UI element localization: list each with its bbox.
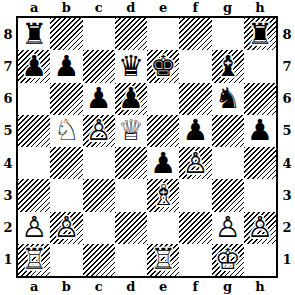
piece-black-king[interactable]: ♚ bbox=[150, 52, 176, 81]
rank-label-right-6: 6 bbox=[279, 83, 295, 115]
piece-white-rook[interactable]: ♖ bbox=[21, 245, 47, 274]
piece-white-pawn[interactable]: ♙ bbox=[182, 149, 208, 178]
rank-label-left-5: 5 bbox=[0, 115, 16, 147]
piece-black-rook[interactable]: ♜ bbox=[21, 20, 47, 49]
rank-label-right-3: 3 bbox=[279, 179, 295, 211]
square-e2[interactable] bbox=[147, 212, 179, 244]
square-g5[interactable] bbox=[212, 115, 244, 147]
square-c3[interactable] bbox=[83, 179, 115, 211]
square-g1[interactable]: ♔ bbox=[212, 244, 244, 276]
piece-white-pawn[interactable]: ♙ bbox=[53, 213, 79, 242]
file-label-top-h: h bbox=[244, 0, 276, 16]
rank-label-right-1: 1 bbox=[279, 244, 295, 276]
square-b2[interactable]: ♙ bbox=[50, 212, 82, 244]
square-h3[interactable] bbox=[244, 179, 276, 211]
chess-board: ♜♜♟♟♛♚♝♟♟♞♘♙♕♟♟♟♙♗♙♙♙♙♖♖♔ bbox=[16, 16, 278, 278]
square-h4[interactable] bbox=[244, 147, 276, 179]
square-f6[interactable] bbox=[179, 83, 211, 115]
piece-white-king[interactable]: ♔ bbox=[215, 245, 241, 274]
square-a4[interactable] bbox=[18, 147, 50, 179]
piece-white-pawn[interactable]: ♙ bbox=[86, 116, 112, 145]
square-g2[interactable]: ♙ bbox=[212, 212, 244, 244]
piece-white-pawn[interactable]: ♙ bbox=[215, 213, 241, 242]
square-f3[interactable] bbox=[179, 179, 211, 211]
square-c5[interactable]: ♙ bbox=[83, 115, 115, 147]
rank-label-right-2: 2 bbox=[279, 212, 295, 244]
square-e4[interactable]: ♟ bbox=[147, 147, 179, 179]
square-a3[interactable] bbox=[18, 179, 50, 211]
rank-labels-right: 87654321 bbox=[279, 18, 295, 276]
square-g4[interactable] bbox=[212, 147, 244, 179]
piece-white-pawn[interactable]: ♙ bbox=[21, 213, 47, 242]
square-e7[interactable]: ♚ bbox=[147, 50, 179, 82]
square-b3[interactable] bbox=[50, 179, 82, 211]
square-e6[interactable] bbox=[147, 83, 179, 115]
square-e1[interactable]: ♖ bbox=[147, 244, 179, 276]
square-h2[interactable]: ♙ bbox=[244, 212, 276, 244]
square-g6[interactable]: ♞ bbox=[212, 83, 244, 115]
square-d6[interactable]: ♟ bbox=[115, 83, 147, 115]
square-a2[interactable]: ♙ bbox=[18, 212, 50, 244]
square-f1[interactable] bbox=[179, 244, 211, 276]
square-a6[interactable] bbox=[18, 83, 50, 115]
chess-diagram: abcdefgh 87654321 ♜♜♟♟♛♚♝♟♟♞♘♙♕♟♟♟♙♗♙♙♙♙… bbox=[0, 0, 295, 295]
square-f2[interactable] bbox=[179, 212, 211, 244]
file-label-bottom-a: a bbox=[18, 279, 50, 295]
piece-black-pawn[interactable]: ♟ bbox=[53, 52, 79, 81]
file-label-top-a: a bbox=[18, 0, 50, 16]
file-label-bottom-e: e bbox=[147, 279, 179, 295]
piece-black-pawn[interactable]: ♟ bbox=[150, 149, 176, 178]
file-label-top-c: c bbox=[83, 0, 115, 16]
square-g3[interactable] bbox=[212, 179, 244, 211]
square-h8[interactable]: ♜ bbox=[244, 18, 276, 50]
rank-label-right-7: 7 bbox=[279, 50, 295, 82]
square-e8[interactable] bbox=[147, 18, 179, 50]
square-b8[interactable] bbox=[50, 18, 82, 50]
file-label-top-b: b bbox=[50, 0, 82, 16]
rank-label-left-2: 2 bbox=[0, 212, 16, 244]
file-label-bottom-h: h bbox=[244, 279, 276, 295]
square-d1[interactable] bbox=[115, 244, 147, 276]
rank-label-left-7: 7 bbox=[0, 50, 16, 82]
file-label-bottom-b: b bbox=[50, 279, 82, 295]
square-d3[interactable] bbox=[115, 179, 147, 211]
file-labels-top: abcdefgh bbox=[18, 0, 276, 16]
square-d5[interactable]: ♕ bbox=[115, 115, 147, 147]
square-f5[interactable]: ♟ bbox=[179, 115, 211, 147]
piece-black-rook[interactable]: ♜ bbox=[247, 20, 273, 49]
square-c1[interactable] bbox=[83, 244, 115, 276]
piece-black-pawn[interactable]: ♟ bbox=[182, 116, 208, 145]
square-c7[interactable] bbox=[83, 50, 115, 82]
square-c4[interactable] bbox=[83, 147, 115, 179]
square-b6[interactable] bbox=[50, 83, 82, 115]
square-b7[interactable]: ♟ bbox=[50, 50, 82, 82]
rank-label-left-8: 8 bbox=[0, 18, 16, 50]
piece-black-pawn[interactable]: ♟ bbox=[247, 116, 273, 145]
square-h5[interactable]: ♟ bbox=[244, 115, 276, 147]
file-label-top-e: e bbox=[147, 0, 179, 16]
square-f4[interactable]: ♙ bbox=[179, 147, 211, 179]
square-h7[interactable] bbox=[244, 50, 276, 82]
rank-label-right-4: 4 bbox=[279, 147, 295, 179]
rank-label-right-8: 8 bbox=[279, 18, 295, 50]
square-c2[interactable] bbox=[83, 212, 115, 244]
rank-label-left-3: 3 bbox=[0, 179, 16, 211]
square-b5[interactable]: ♘ bbox=[50, 115, 82, 147]
square-b1[interactable] bbox=[50, 244, 82, 276]
piece-white-rook[interactable]: ♖ bbox=[150, 245, 176, 274]
square-h6[interactable] bbox=[244, 83, 276, 115]
piece-black-pawn[interactable]: ♟ bbox=[21, 52, 47, 81]
square-a1[interactable]: ♖ bbox=[18, 244, 50, 276]
file-label-top-d: d bbox=[115, 0, 147, 16]
file-label-top-g: g bbox=[212, 0, 244, 16]
piece-white-knight[interactable]: ♘ bbox=[53, 116, 79, 145]
square-d4[interactable] bbox=[115, 147, 147, 179]
square-g7[interactable]: ♝ bbox=[212, 50, 244, 82]
rank-label-right-5: 5 bbox=[279, 115, 295, 147]
piece-white-bishop[interactable]: ♗ bbox=[150, 181, 176, 210]
square-c6[interactable]: ♟ bbox=[83, 83, 115, 115]
piece-black-pawn[interactable]: ♟ bbox=[118, 84, 144, 113]
square-h1[interactable] bbox=[244, 244, 276, 276]
square-e3[interactable]: ♗ bbox=[147, 179, 179, 211]
rank-labels-left: 87654321 bbox=[0, 18, 16, 276]
square-f8[interactable] bbox=[179, 18, 211, 50]
piece-white-pawn[interactable]: ♙ bbox=[247, 213, 273, 242]
square-f7[interactable] bbox=[179, 50, 211, 82]
square-d7[interactable]: ♛ bbox=[115, 50, 147, 82]
file-label-bottom-g: g bbox=[212, 279, 244, 295]
file-label-bottom-f: f bbox=[179, 279, 211, 295]
piece-black-knight[interactable]: ♞ bbox=[215, 84, 241, 113]
square-a7[interactable]: ♟ bbox=[18, 50, 50, 82]
square-c8[interactable] bbox=[83, 18, 115, 50]
rank-label-left-6: 6 bbox=[0, 83, 16, 115]
square-e5[interactable] bbox=[147, 115, 179, 147]
rank-label-left-1: 1 bbox=[0, 244, 16, 276]
file-label-bottom-c: c bbox=[83, 279, 115, 295]
piece-black-pawn[interactable]: ♟ bbox=[86, 84, 112, 113]
file-label-bottom-d: d bbox=[115, 279, 147, 295]
square-d8[interactable] bbox=[115, 18, 147, 50]
file-labels-bottom: abcdefgh bbox=[18, 279, 276, 295]
piece-black-bishop[interactable]: ♝ bbox=[215, 52, 241, 81]
square-b4[interactable] bbox=[50, 147, 82, 179]
file-label-top-f: f bbox=[179, 0, 211, 16]
piece-white-queen[interactable]: ♕ bbox=[118, 116, 144, 145]
square-a5[interactable] bbox=[18, 115, 50, 147]
piece-black-queen[interactable]: ♛ bbox=[118, 52, 144, 81]
square-a8[interactable]: ♜ bbox=[18, 18, 50, 50]
square-d2[interactable] bbox=[115, 212, 147, 244]
rank-label-left-4: 4 bbox=[0, 147, 16, 179]
square-g8[interactable] bbox=[212, 18, 244, 50]
